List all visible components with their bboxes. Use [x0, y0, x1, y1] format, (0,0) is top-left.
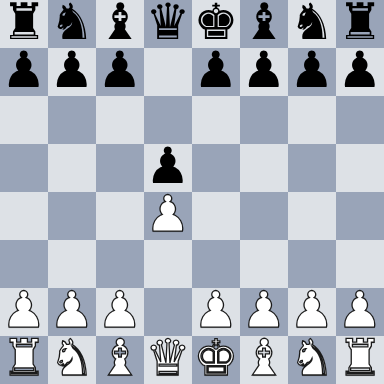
white-pawn-piece[interactable]: ♟	[146, 190, 191, 238]
black-rook-piece[interactable]: ♜	[2, 0, 47, 46]
square-h1[interactable]: ♜	[336, 336, 384, 384]
white-pawn-piece[interactable]: ♟	[242, 286, 287, 334]
square-b7[interactable]: ♟	[48, 48, 96, 96]
white-queen-piece[interactable]: ♛	[146, 334, 191, 382]
square-b6[interactable]	[48, 96, 96, 144]
white-bishop-piece[interactable]: ♝	[98, 334, 143, 382]
square-f6[interactable]	[240, 96, 288, 144]
square-d7[interactable]	[144, 48, 192, 96]
square-f1[interactable]: ♝	[240, 336, 288, 384]
square-c5[interactable]	[96, 144, 144, 192]
square-f4[interactable]	[240, 192, 288, 240]
square-f7[interactable]: ♟	[240, 48, 288, 96]
square-a4[interactable]	[0, 192, 48, 240]
white-king-piece[interactable]: ♚	[194, 334, 239, 382]
black-pawn-piece[interactable]: ♟	[194, 46, 239, 94]
square-g4[interactable]	[288, 192, 336, 240]
black-bishop-piece[interactable]: ♝	[98, 0, 143, 46]
black-pawn-piece[interactable]: ♟	[338, 46, 383, 94]
square-b1[interactable]: ♞	[48, 336, 96, 384]
square-e6[interactable]	[192, 96, 240, 144]
white-rook-piece[interactable]: ♜	[338, 334, 383, 382]
square-h4[interactable]	[336, 192, 384, 240]
square-e5[interactable]	[192, 144, 240, 192]
square-c1[interactable]: ♝	[96, 336, 144, 384]
black-pawn-piece[interactable]: ♟	[50, 46, 95, 94]
black-knight-piece[interactable]: ♞	[290, 0, 335, 46]
square-f5[interactable]	[240, 144, 288, 192]
square-e7[interactable]: ♟	[192, 48, 240, 96]
square-a6[interactable]	[0, 96, 48, 144]
square-a1[interactable]: ♜	[0, 336, 48, 384]
square-g1[interactable]: ♞	[288, 336, 336, 384]
square-h5[interactable]	[336, 144, 384, 192]
square-h6[interactable]	[336, 96, 384, 144]
square-d4[interactable]: ♟	[144, 192, 192, 240]
black-pawn-piece[interactable]: ♟	[242, 46, 287, 94]
square-e1[interactable]: ♚	[192, 336, 240, 384]
square-a5[interactable]	[0, 144, 48, 192]
black-knight-piece[interactable]: ♞	[50, 0, 95, 46]
white-knight-piece[interactable]: ♞	[290, 334, 335, 382]
square-g7[interactable]: ♟	[288, 48, 336, 96]
white-bishop-piece[interactable]: ♝	[242, 334, 287, 382]
black-pawn-piece[interactable]: ♟	[146, 142, 191, 190]
square-b5[interactable]	[48, 144, 96, 192]
square-e4[interactable]	[192, 192, 240, 240]
square-c4[interactable]	[96, 192, 144, 240]
black-pawn-piece[interactable]: ♟	[98, 46, 143, 94]
white-pawn-piece[interactable]: ♟	[98, 286, 143, 334]
square-d8[interactable]: ♛	[144, 0, 192, 48]
white-pawn-piece[interactable]: ♟	[338, 286, 383, 334]
black-bishop-piece[interactable]: ♝	[242, 0, 287, 46]
square-d1[interactable]: ♛	[144, 336, 192, 384]
black-rook-piece[interactable]: ♜	[338, 0, 383, 46]
white-pawn-piece[interactable]: ♟	[194, 286, 239, 334]
white-pawn-piece[interactable]: ♟	[50, 286, 95, 334]
black-queen-piece[interactable]: ♛	[146, 0, 191, 46]
square-c6[interactable]	[96, 96, 144, 144]
white-rook-piece[interactable]: ♜	[2, 334, 47, 382]
white-pawn-piece[interactable]: ♟	[2, 286, 47, 334]
black-pawn-piece[interactable]: ♟	[290, 46, 335, 94]
square-h7[interactable]: ♟	[336, 48, 384, 96]
square-b4[interactable]	[48, 192, 96, 240]
chess-board: ♜♞♝♛♚♝♞♜♟♟♟♟♟♟♟♟♟♟♟♟♟♟♟♟♜♞♝♛♚♝♞♜	[0, 0, 384, 384]
square-c7[interactable]: ♟	[96, 48, 144, 96]
square-g6[interactable]	[288, 96, 336, 144]
black-king-piece[interactable]: ♚	[194, 0, 239, 46]
white-pawn-piece[interactable]: ♟	[290, 286, 335, 334]
square-d3[interactable]	[144, 240, 192, 288]
square-a7[interactable]: ♟	[0, 48, 48, 96]
black-pawn-piece[interactable]: ♟	[2, 46, 47, 94]
square-g5[interactable]	[288, 144, 336, 192]
white-knight-piece[interactable]: ♞	[50, 334, 95, 382]
